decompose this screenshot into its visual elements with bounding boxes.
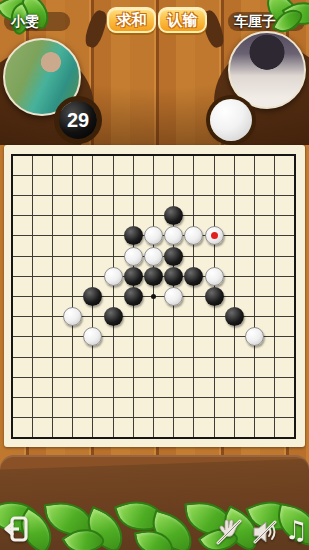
player-right-avatar[interactable] — [228, 31, 306, 109]
hand-slash-icon — [214, 535, 244, 550]
stone-black — [184, 267, 203, 286]
stone-black — [124, 267, 143, 286]
stone-white — [124, 247, 143, 266]
leaf-decoration — [134, 526, 174, 550]
black-stone-timer: 29 — [59, 101, 97, 139]
timer-value: 29 — [67, 109, 89, 132]
stone-black — [104, 307, 123, 326]
stone-black — [164, 267, 183, 286]
exit-icon — [3, 531, 29, 546]
stone-white — [245, 327, 264, 346]
stone-white — [144, 247, 163, 266]
gomoku-board[interactable] — [4, 145, 305, 447]
stone-white — [184, 226, 203, 245]
stone-white — [164, 287, 183, 306]
resign-button[interactable]: 认输 — [158, 7, 207, 33]
stone-black — [205, 287, 224, 306]
leaf-decoration — [146, 510, 198, 550]
music-button[interactable]: ♫ — [283, 515, 309, 545]
last-move-marker — [211, 232, 218, 239]
stone-black — [164, 206, 183, 225]
player-right-name: 车厘子 — [234, 13, 276, 31]
bottom-bar: ♫ — [0, 455, 309, 550]
gomoku-app: 小雯 车厘子 求和 认输 29 — [0, 0, 309, 550]
stone-white — [104, 267, 123, 286]
leaf-decoration — [114, 493, 166, 539]
stone-white — [164, 226, 183, 245]
white-stone-indicator — [210, 99, 252, 141]
music-icon: ♫ — [284, 515, 307, 545]
request-draw-button[interactable]: 求和 — [107, 7, 156, 33]
player-left-name: 小雯 — [11, 13, 39, 31]
leaf-decoration — [61, 520, 106, 550]
exit-button[interactable] — [2, 515, 30, 545]
leaf-decoration — [79, 506, 131, 550]
hand-mute-button[interactable] — [214, 517, 244, 547]
stone-white — [63, 307, 82, 326]
stone-white — [144, 226, 163, 245]
stone-black — [124, 226, 143, 245]
stone-black — [144, 267, 163, 286]
stone-black — [124, 287, 143, 306]
stone-black — [225, 307, 244, 326]
stone-black — [83, 287, 102, 306]
speaker-slash-icon — [250, 535, 280, 550]
top-bar: 小雯 车厘子 求和 认输 29 — [0, 0, 309, 145]
stone-white — [205, 226, 224, 245]
stone-white — [83, 327, 102, 346]
stone-white — [205, 267, 224, 286]
leaf-decoration — [44, 498, 95, 540]
stone-black — [164, 247, 183, 266]
star-point — [151, 294, 156, 299]
sound-off-button[interactable] — [250, 517, 280, 547]
stones-layer — [11, 154, 296, 439]
